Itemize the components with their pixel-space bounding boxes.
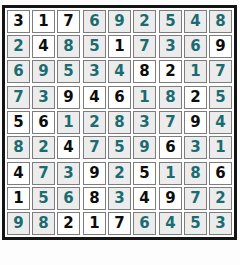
sudoku-cell-r9c4[interactable]: 1 [83,212,106,235]
sudoku-cell-r8c3[interactable]: 6 [57,187,80,210]
sudoku-page: 3172486956925173485483692177395618244612… [0,0,240,265]
sudoku-cell-r1c3[interactable]: 7 [57,10,80,33]
sudoku-cell-r7c4[interactable]: 9 [83,162,106,185]
sudoku-cell-r4c2[interactable]: 3 [32,86,55,109]
sudoku-cell-r2c3[interactable]: 8 [57,35,80,58]
sudoku-cell-r7c5[interactable]: 2 [108,162,131,185]
sudoku-cell-r2c8[interactable]: 6 [184,35,207,58]
sudoku-cell-r5c8[interactable]: 9 [184,111,207,134]
sudoku-cell-r4c3[interactable]: 9 [57,86,80,109]
sudoku-cell-r8c6[interactable]: 4 [133,187,156,210]
sudoku-cell-r7c3[interactable]: 3 [57,162,80,185]
sudoku-cell-r5c2[interactable]: 6 [32,111,55,134]
sudoku-cell-r5c5[interactable]: 8 [108,111,131,134]
sudoku-cell-r5c6[interactable]: 3 [133,111,156,134]
sudoku-box-5: 461283759 [83,86,156,159]
sudoku-cell-r1c1[interactable]: 3 [7,10,30,33]
sudoku-cell-r6c2[interactable]: 2 [32,136,55,159]
sudoku-cell-r7c1[interactable]: 4 [7,162,30,185]
sudoku-cell-r9c2[interactable]: 8 [32,212,55,235]
sudoku-cell-r8c1[interactable]: 1 [7,187,30,210]
sudoku-cell-r4c9[interactable]: 5 [209,86,232,109]
sudoku-cell-r5c7[interactable]: 7 [159,111,182,134]
sudoku-cell-r9c7[interactable]: 4 [159,212,182,235]
sudoku-cell-r2c2[interactable]: 4 [32,35,55,58]
sudoku-cell-r9c9[interactable]: 3 [209,212,232,235]
sudoku-box-3: 548369217 [159,10,232,83]
sudoku-cell-r1c9[interactable]: 8 [209,10,232,33]
sudoku-cell-r3c6[interactable]: 8 [133,60,156,83]
sudoku-cell-r6c4[interactable]: 7 [83,136,106,159]
sudoku-cell-r6c1[interactable]: 8 [7,136,30,159]
sudoku-cell-r2c6[interactable]: 7 [133,35,156,58]
sudoku-cell-r3c4[interactable]: 3 [83,60,106,83]
sudoku-cell-r4c1[interactable]: 7 [7,86,30,109]
sudoku-box-1: 317248695 [7,10,80,83]
sudoku-box-2: 692517348 [83,10,156,83]
sudoku-cell-r4c7[interactable]: 8 [159,86,182,109]
sudoku-cell-r6c8[interactable]: 3 [184,136,207,159]
sudoku-cell-r1c6[interactable]: 2 [133,10,156,33]
sudoku-box-7: 473156982 [7,162,80,235]
sudoku-cell-r8c5[interactable]: 3 [108,187,131,210]
sudoku-cell-r9c3[interactable]: 2 [57,212,80,235]
sudoku-cell-r5c3[interactable]: 1 [57,111,80,134]
sudoku-box-9: 186972453 [159,162,232,235]
sudoku-cell-r7c7[interactable]: 1 [159,162,182,185]
sudoku-cell-r1c2[interactable]: 1 [32,10,55,33]
sudoku-cell-r5c4[interactable]: 2 [83,111,106,134]
sudoku-box-8: 925834176 [83,162,156,235]
sudoku-box-6: 825794631 [159,86,232,159]
sudoku-cell-r5c1[interactable]: 5 [7,111,30,134]
sudoku-cell-r8c7[interactable]: 9 [159,187,182,210]
sudoku-cell-r9c5[interactable]: 7 [108,212,131,235]
sudoku-cell-r8c9[interactable]: 2 [209,187,232,210]
sudoku-cell-r7c8[interactable]: 8 [184,162,207,185]
sudoku-cell-r4c5[interactable]: 6 [108,86,131,109]
sudoku-box-4: 739561824 [7,86,80,159]
sudoku-cell-r2c7[interactable]: 3 [159,35,182,58]
sudoku-cell-r2c9[interactable]: 9 [209,35,232,58]
sudoku-cell-r3c3[interactable]: 5 [57,60,80,83]
sudoku-board: 3172486956925173485483692177395618244612… [2,5,237,240]
sudoku-cell-r3c7[interactable]: 2 [159,60,182,83]
sudoku-cell-r1c5[interactable]: 9 [108,10,131,33]
sudoku-cell-r6c7[interactable]: 6 [159,136,182,159]
sudoku-cell-r7c6[interactable]: 5 [133,162,156,185]
sudoku-cell-r9c6[interactable]: 6 [133,212,156,235]
sudoku-cell-r7c9[interactable]: 6 [209,162,232,185]
sudoku-cell-r2c5[interactable]: 1 [108,35,131,58]
sudoku-cell-r8c8[interactable]: 7 [184,187,207,210]
sudoku-cell-r8c4[interactable]: 8 [83,187,106,210]
sudoku-cell-r4c6[interactable]: 1 [133,86,156,109]
sudoku-cell-r5c9[interactable]: 4 [209,111,232,134]
sudoku-cell-r1c7[interactable]: 5 [159,10,182,33]
sudoku-cell-r3c5[interactable]: 4 [108,60,131,83]
sudoku-cell-r4c8[interactable]: 2 [184,86,207,109]
sudoku-cell-r3c2[interactable]: 9 [32,60,55,83]
sudoku-cell-r7c2[interactable]: 7 [32,162,55,185]
sudoku-cell-r9c1[interactable]: 9 [7,212,30,235]
sudoku-cell-r9c8[interactable]: 5 [184,212,207,235]
sudoku-cell-r6c5[interactable]: 5 [108,136,131,159]
sudoku-cell-r2c1[interactable]: 2 [7,35,30,58]
sudoku-cell-r8c2[interactable]: 5 [32,187,55,210]
sudoku-cell-r6c9[interactable]: 1 [209,136,232,159]
sudoku-cell-r3c9[interactable]: 7 [209,60,232,83]
sudoku-cell-r6c3[interactable]: 4 [57,136,80,159]
sudoku-cell-r1c8[interactable]: 4 [184,10,207,33]
sudoku-cell-r4c4[interactable]: 4 [83,86,106,109]
sudoku-cell-r3c8[interactable]: 1 [184,60,207,83]
sudoku-cell-r3c1[interactable]: 6 [7,60,30,83]
sudoku-cell-r2c4[interactable]: 5 [83,35,106,58]
sudoku-cell-r6c6[interactable]: 9 [133,136,156,159]
sudoku-cell-r1c4[interactable]: 6 [83,10,106,33]
